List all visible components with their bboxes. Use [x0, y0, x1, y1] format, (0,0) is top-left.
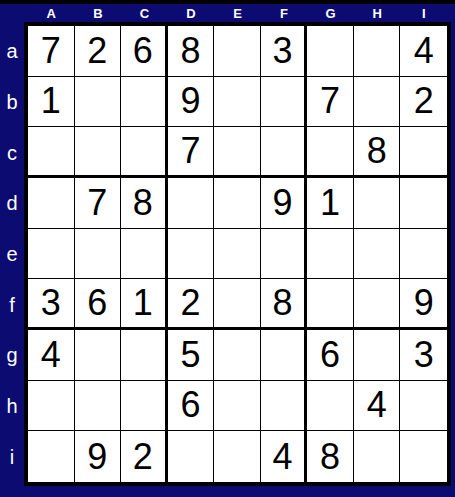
cell-bI[interactable]: 2: [400, 77, 447, 128]
cell-iC[interactable]: 2: [121, 431, 168, 482]
cell-iI[interactable]: [400, 431, 447, 482]
cell-fB[interactable]: 6: [75, 279, 122, 330]
cell-cD[interactable]: 7: [168, 127, 215, 178]
cell-bH[interactable]: [354, 77, 401, 128]
cell-eG[interactable]: [307, 229, 354, 280]
column-header-H: H: [354, 4, 401, 22]
cell-gF[interactable]: [261, 330, 308, 381]
cell-iE[interactable]: [214, 431, 261, 482]
column-header-F: F: [261, 4, 308, 22]
cell-gD[interactable]: 5: [168, 330, 215, 381]
cell-aF[interactable]: 3: [261, 26, 308, 77]
cell-iA[interactable]: [28, 431, 75, 482]
cell-eD[interactable]: [168, 229, 215, 280]
cell-cH[interactable]: 8: [354, 127, 401, 178]
cell-cF[interactable]: [261, 127, 308, 178]
cell-eI[interactable]: [400, 229, 447, 280]
cell-dC[interactable]: 8: [121, 178, 168, 229]
row-header-column: abcdefghi: [0, 22, 24, 486]
cell-cA[interactable]: [28, 127, 75, 178]
cell-iB[interactable]: 9: [75, 431, 122, 482]
cell-bC[interactable]: [121, 77, 168, 128]
cell-aH[interactable]: [354, 26, 401, 77]
cell-fG[interactable]: [307, 279, 354, 330]
cell-gA[interactable]: 4: [28, 330, 75, 381]
cell-fI[interactable]: 9: [400, 279, 447, 330]
cell-hE[interactable]: [214, 381, 261, 432]
cell-gB[interactable]: [75, 330, 122, 381]
row-header-c: c: [0, 127, 24, 178]
cell-eE[interactable]: [214, 229, 261, 280]
cell-eC[interactable]: [121, 229, 168, 280]
cell-hF[interactable]: [261, 381, 308, 432]
cell-gI[interactable]: 3: [400, 330, 447, 381]
cell-gE[interactable]: [214, 330, 261, 381]
cell-bF[interactable]: [261, 77, 308, 128]
cell-cI[interactable]: [400, 127, 447, 178]
cell-bE[interactable]: [214, 77, 261, 128]
cell-eB[interactable]: [75, 229, 122, 280]
row-header-f: f: [0, 279, 24, 330]
cell-aC[interactable]: 6: [121, 26, 168, 77]
cell-aB[interactable]: 2: [75, 26, 122, 77]
cell-iF[interactable]: 4: [261, 431, 308, 482]
row-header-e: e: [0, 229, 24, 280]
cell-gH[interactable]: [354, 330, 401, 381]
cell-fH[interactable]: [354, 279, 401, 330]
cell-fF[interactable]: 8: [261, 279, 308, 330]
cell-dF[interactable]: 9: [261, 178, 308, 229]
column-header-C: C: [121, 4, 168, 22]
sudoku-board: 72683419727878913612894563649248: [24, 22, 451, 486]
cell-hB[interactable]: [75, 381, 122, 432]
cell-dB[interactable]: 7: [75, 178, 122, 229]
cell-dH[interactable]: [354, 178, 401, 229]
column-header-D: D: [168, 4, 215, 22]
cell-eH[interactable]: [354, 229, 401, 280]
cell-cB[interactable]: [75, 127, 122, 178]
row-header-a: a: [0, 26, 24, 77]
cell-fC[interactable]: 1: [121, 279, 168, 330]
row-header-h: h: [0, 381, 24, 432]
cell-dE[interactable]: [214, 178, 261, 229]
cell-eA[interactable]: [28, 229, 75, 280]
cell-hD[interactable]: 6: [168, 381, 215, 432]
row-header-b: b: [0, 77, 24, 128]
cell-hI[interactable]: [400, 381, 447, 432]
column-header-E: E: [214, 4, 261, 22]
cell-aI[interactable]: 4: [400, 26, 447, 77]
cell-dD[interactable]: [168, 178, 215, 229]
cell-aE[interactable]: [214, 26, 261, 77]
column-header-row: ABCDEFGHI: [24, 4, 451, 22]
cell-iG[interactable]: 8: [307, 431, 354, 482]
cell-bD[interactable]: 9: [168, 77, 215, 128]
cell-hC[interactable]: [121, 381, 168, 432]
cell-fA[interactable]: 3: [28, 279, 75, 330]
column-header-I: I: [400, 4, 447, 22]
cell-cC[interactable]: [121, 127, 168, 178]
cell-gC[interactable]: [121, 330, 168, 381]
cell-dA[interactable]: [28, 178, 75, 229]
cell-aD[interactable]: 8: [168, 26, 215, 77]
cell-bG[interactable]: 7: [307, 77, 354, 128]
cell-dI[interactable]: [400, 178, 447, 229]
cell-cE[interactable]: [214, 127, 261, 178]
cell-cG[interactable]: [307, 127, 354, 178]
cell-hA[interactable]: [28, 381, 75, 432]
column-header-A: A: [28, 4, 75, 22]
row-header-d: d: [0, 178, 24, 229]
cell-bA[interactable]: 1: [28, 77, 75, 128]
cell-fE[interactable]: [214, 279, 261, 330]
row-header-i: i: [0, 431, 24, 482]
row-header-g: g: [0, 330, 24, 381]
cell-fD[interactable]: 2: [168, 279, 215, 330]
cell-aA[interactable]: 7: [28, 26, 75, 77]
cell-aG[interactable]: [307, 26, 354, 77]
column-header-G: G: [307, 4, 354, 22]
cell-iH[interactable]: [354, 431, 401, 482]
cell-gG[interactable]: 6: [307, 330, 354, 381]
cell-hG[interactable]: [307, 381, 354, 432]
sudoku-app-frame: ABCDEFGHI abcdefghi 72683419727878913612…: [0, 0, 455, 497]
cell-bB[interactable]: [75, 77, 122, 128]
cell-iD[interactable]: [168, 431, 215, 482]
column-header-B: B: [75, 4, 122, 22]
cell-hH[interactable]: 4: [354, 381, 401, 432]
cell-eF[interactable]: [261, 229, 308, 280]
cell-dG[interactable]: 1: [307, 178, 354, 229]
